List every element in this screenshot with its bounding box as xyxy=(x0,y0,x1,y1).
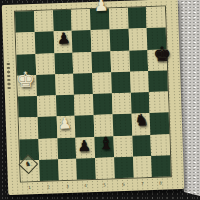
piece-black-pawn-c7[interactable]: ♟ xyxy=(57,29,71,47)
piece-layer: ♟♟♚♚♟♞♟♝ xyxy=(2,0,185,195)
photo-scene: 12345678 ♞ ♟♟♚♚♟♞♟♝ xyxy=(0,0,200,200)
piece-white-pawn-e8[interactable]: ♟ xyxy=(94,0,109,15)
piece-black-pawn-d2[interactable]: ♟ xyxy=(77,137,91,155)
piece-white-king-a5[interactable]: ♚ xyxy=(16,68,36,93)
piece-white-pawn-c3[interactable]: ♟ xyxy=(58,114,72,132)
piece-black-king-h6[interactable]: ♚ xyxy=(153,42,172,67)
chess-board: 12345678 ♞ ♟♟♚♚♟♞♟♝ xyxy=(2,0,185,195)
piece-black-bishop-e2[interactable]: ♝ xyxy=(98,133,114,154)
piece-black-knight-g3[interactable]: ♞ xyxy=(134,110,149,129)
